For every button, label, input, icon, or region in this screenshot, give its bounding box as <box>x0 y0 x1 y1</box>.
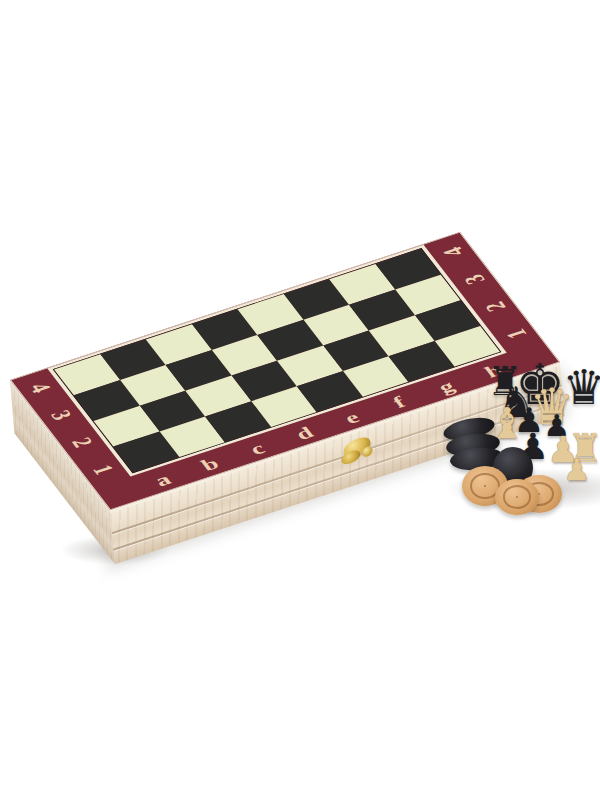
rank-label-right-4: 4 <box>439 244 469 259</box>
rank-label-right-2: 2 <box>481 299 511 314</box>
file-label-a: a <box>151 471 174 489</box>
file-label-f: f <box>390 394 409 411</box>
file-label-d: d <box>292 424 317 443</box>
chess-set-product-photo: abcdefgh43214321 ♜♚♛♞♟♟♟♛♝♟♜♟ <box>0 0 600 800</box>
file-label-c: c <box>247 440 269 458</box>
natural-checker-face <box>495 479 539 515</box>
file-label-g: g <box>435 378 458 396</box>
brass-clasp-icon <box>339 430 377 468</box>
file-label-e: e <box>341 409 363 427</box>
rank-label-right-1: 1 <box>502 326 532 341</box>
rank-label-left-2: 2 <box>67 435 97 450</box>
file-label-b: b <box>198 455 223 474</box>
natural-pawn-piece: ♟ <box>564 455 591 485</box>
rank-label-right-3: 3 <box>460 272 490 287</box>
rank-label-left-4: 4 <box>25 380 55 395</box>
rank-label-left-1: 1 <box>88 462 118 477</box>
rank-label-left-3: 3 <box>46 408 76 423</box>
